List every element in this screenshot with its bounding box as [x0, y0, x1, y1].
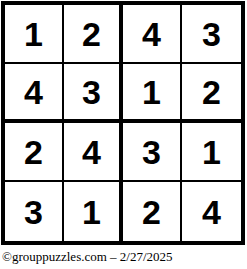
cell-r3c4: 1 [182, 123, 241, 182]
cell-r2c3: 1 [123, 64, 182, 123]
cell-r3c1: 2 [5, 123, 64, 182]
copyright-credit: ©grouppuzzles.com – 2/27/2025 [2, 249, 173, 265]
cell-r4c3: 2 [123, 182, 182, 241]
cell-r3c3: 3 [123, 123, 182, 182]
cell-r2c4: 2 [182, 64, 241, 123]
sudoku-board: 1243431224313124 [1, 1, 245, 245]
cell-r4c2: 1 [64, 182, 123, 241]
cell-r1c1: 1 [5, 5, 64, 64]
cell-r2c1: 4 [5, 64, 64, 123]
cell-r3c2: 4 [64, 123, 123, 182]
cell-r1c4: 3 [182, 5, 241, 64]
sudoku-page: 1243431224313124 ©grouppuzzles.com – 2/2… [0, 0, 247, 269]
cell-r4c1: 3 [5, 182, 64, 241]
cell-r2c2: 3 [64, 64, 123, 123]
cell-r1c2: 2 [64, 5, 123, 64]
cell-r4c4: 4 [182, 182, 241, 241]
cell-r1c3: 4 [123, 5, 182, 64]
